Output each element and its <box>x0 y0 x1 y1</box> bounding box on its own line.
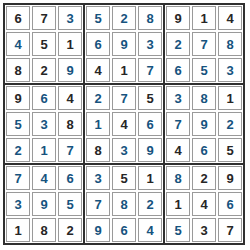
cell-r3c1[interactable]: 8 <box>6 58 30 82</box>
cell-r8c5[interactable]: 8 <box>112 192 136 216</box>
sudoku-box-5: 275146839 <box>85 85 163 163</box>
cell-r4c7[interactable]: 3 <box>166 86 190 110</box>
cell-r9c7[interactable]: 5 <box>166 218 190 242</box>
cell-r9c4[interactable]: 9 <box>86 218 110 242</box>
cell-r5c2[interactable]: 3 <box>32 112 56 136</box>
cell-r8c9[interactable]: 6 <box>218 192 242 216</box>
cell-r9c3[interactable]: 2 <box>58 218 82 242</box>
cell-r6c2[interactable]: 1 <box>32 138 56 162</box>
cell-r1c9[interactable]: 4 <box>218 6 242 30</box>
cell-r3c4[interactable]: 4 <box>86 58 110 82</box>
cell-r8c2[interactable]: 9 <box>32 192 56 216</box>
cell-r6c7[interactable]: 4 <box>166 138 190 162</box>
cell-r5c8[interactable]: 9 <box>192 112 216 136</box>
cell-r8c7[interactable]: 1 <box>166 192 190 216</box>
sudoku-box-4: 964538217 <box>5 85 83 163</box>
cell-r9c1[interactable]: 1 <box>6 218 30 242</box>
cell-r4c6[interactable]: 5 <box>138 86 162 110</box>
cell-r6c4[interactable]: 8 <box>86 138 110 162</box>
cell-r1c2[interactable]: 7 <box>32 6 56 30</box>
cell-r3c2[interactable]: 2 <box>32 58 56 82</box>
cell-r6c6[interactable]: 9 <box>138 138 162 162</box>
cell-r9c5[interactable]: 6 <box>112 218 136 242</box>
cell-r7c1[interactable]: 7 <box>6 166 30 190</box>
cell-r1c8[interactable]: 1 <box>192 6 216 30</box>
cell-r2c2[interactable]: 5 <box>32 32 56 56</box>
cell-r5c5[interactable]: 4 <box>112 112 136 136</box>
cell-r3c8[interactable]: 5 <box>192 58 216 82</box>
cell-r4c4[interactable]: 2 <box>86 86 110 110</box>
cell-r5c3[interactable]: 8 <box>58 112 82 136</box>
cell-r1c7[interactable]: 9 <box>166 6 190 30</box>
sudoku-board: 6734518295286934179142786539645382172751… <box>3 3 245 245</box>
cell-r5c6[interactable]: 6 <box>138 112 162 136</box>
cell-r2c7[interactable]: 2 <box>166 32 190 56</box>
cell-r4c3[interactable]: 4 <box>58 86 82 110</box>
cell-r8c8[interactable]: 4 <box>192 192 216 216</box>
cell-r3c3[interactable]: 9 <box>58 58 82 82</box>
cell-r7c6[interactable]: 1 <box>138 166 162 190</box>
cell-r8c4[interactable]: 7 <box>86 192 110 216</box>
sudoku-board-wrapper: 6734518295286934179142786539645382172751… <box>0 0 250 248</box>
cell-r3c7[interactable]: 6 <box>166 58 190 82</box>
cell-r6c5[interactable]: 3 <box>112 138 136 162</box>
cell-r7c7[interactable]: 8 <box>166 166 190 190</box>
cell-r1c1[interactable]: 6 <box>6 6 30 30</box>
cell-r6c9[interactable]: 5 <box>218 138 242 162</box>
cell-r2c3[interactable]: 1 <box>58 32 82 56</box>
cell-r7c2[interactable]: 4 <box>32 166 56 190</box>
cell-r1c5[interactable]: 2 <box>112 6 136 30</box>
cell-r4c8[interactable]: 8 <box>192 86 216 110</box>
cell-r1c4[interactable]: 5 <box>86 6 110 30</box>
cell-r7c9[interactable]: 9 <box>218 166 242 190</box>
cell-r9c6[interactable]: 4 <box>138 218 162 242</box>
cell-r2c4[interactable]: 6 <box>86 32 110 56</box>
cell-r9c2[interactable]: 8 <box>32 218 56 242</box>
cell-r6c1[interactable]: 2 <box>6 138 30 162</box>
sudoku-box-1: 673451829 <box>5 5 83 83</box>
sudoku-box-2: 528693417 <box>85 5 163 83</box>
sudoku-box-3: 914278653 <box>165 5 243 83</box>
cell-r9c9[interactable]: 7 <box>218 218 242 242</box>
sudoku-box-6: 381792465 <box>165 85 243 163</box>
cell-r8c6[interactable]: 2 <box>138 192 162 216</box>
cell-r7c4[interactable]: 3 <box>86 166 110 190</box>
cell-r5c7[interactable]: 7 <box>166 112 190 136</box>
cell-r4c9[interactable]: 1 <box>218 86 242 110</box>
cell-r3c6[interactable]: 7 <box>138 58 162 82</box>
cell-r9c8[interactable]: 3 <box>192 218 216 242</box>
cell-r1c6[interactable]: 8 <box>138 6 162 30</box>
cell-r1c3[interactable]: 3 <box>58 6 82 30</box>
cell-r6c3[interactable]: 7 <box>58 138 82 162</box>
cell-r2c8[interactable]: 7 <box>192 32 216 56</box>
cell-r5c9[interactable]: 2 <box>218 112 242 136</box>
cell-r5c4[interactable]: 1 <box>86 112 110 136</box>
cell-r5c1[interactable]: 5 <box>6 112 30 136</box>
cell-r7c3[interactable]: 6 <box>58 166 82 190</box>
cell-r4c5[interactable]: 7 <box>112 86 136 110</box>
cell-r2c9[interactable]: 8 <box>218 32 242 56</box>
cell-r8c3[interactable]: 5 <box>58 192 82 216</box>
cell-r8c1[interactable]: 3 <box>6 192 30 216</box>
cell-r2c1[interactable]: 4 <box>6 32 30 56</box>
cell-r3c5[interactable]: 1 <box>112 58 136 82</box>
sudoku-box-9: 829146537 <box>165 165 243 243</box>
cell-r2c6[interactable]: 3 <box>138 32 162 56</box>
cell-r6c8[interactable]: 6 <box>192 138 216 162</box>
cell-r4c2[interactable]: 6 <box>32 86 56 110</box>
sudoku-box-7: 746395182 <box>5 165 83 243</box>
cell-r3c9[interactable]: 3 <box>218 58 242 82</box>
cell-r2c5[interactable]: 9 <box>112 32 136 56</box>
cell-r7c5[interactable]: 5 <box>112 166 136 190</box>
cell-r4c1[interactable]: 9 <box>6 86 30 110</box>
cell-r7c8[interactable]: 2 <box>192 166 216 190</box>
sudoku-box-8: 351782964 <box>85 165 163 243</box>
